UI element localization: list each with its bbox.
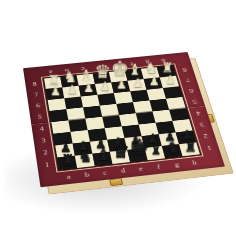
file-label-bottom-a: a: [66, 174, 71, 180]
file-label-top-a: a: [48, 69, 52, 74]
piece-black-knight-g1: ♞: [164, 139, 182, 155]
board-grid: ♜♞♝♛♚♝♞♜♟♟♟♟♟♟♟♟♟♟♟♟♟♟♟♟♜♞♝♛♚♝♞♜: [43, 65, 201, 171]
square-g1: ♞: [162, 144, 183, 158]
rank-label-right-2: 2: [202, 133, 208, 139]
piece-white-pawn-c7: ♟: [80, 82, 97, 94]
rank-label-right-3: 3: [198, 121, 204, 127]
piece-black-knight-b1: ♞: [77, 149, 95, 165]
piece-white-pawn-e7: ♟: [113, 79, 130, 91]
rank-label-left-7: 7: [34, 92, 39, 97]
file-label-top-e: e: [113, 62, 118, 67]
file-label-bottom-g: g: [174, 162, 180, 168]
piece-black-queen-d1: ♛: [112, 141, 130, 161]
square-a7: ♟: [46, 87, 64, 99]
piece-white-pawn-g7: ♟: [146, 75, 163, 87]
rank-label-right-1: 1: [206, 145, 212, 151]
square-c1: ♝: [92, 152, 112, 166]
board-scene: ♜♞♝♛♚♝♞♜♟♟♟♟♟♟♟♟♟♟♟♟♟♟♟♟♜♞♝♛♚♝♞♜ aabbccd…: [23, 52, 225, 187]
file-label-bottom-b: b: [84, 172, 89, 178]
square-h4: [169, 108, 189, 121]
piece-black-bishop-f1: ♝: [147, 140, 165, 157]
square-a1: ♜: [57, 156, 77, 170]
piece-white-pawn-b7: ♟: [64, 84, 81, 96]
rank-label-right-5: 5: [191, 99, 196, 105]
square-h1: ♜: [179, 142, 200, 156]
rank-label-left-6: 6: [36, 103, 41, 109]
rank-label-right-6: 6: [188, 88, 193, 93]
rank-label-right-7: 7: [185, 77, 190, 82]
chess-set-product-photo: ♜♞♝♛♚♝♞♜♟♟♟♟♟♟♟♟♟♟♟♟♟♟♟♟♜♞♝♛♚♝♞♜ aabbccd…: [0, 0, 236, 236]
piece-white-pawn-a7: ♟: [47, 85, 64, 97]
file-label-bottom-e: e: [138, 166, 143, 172]
file-label-top-h: h: [161, 57, 166, 62]
file-label-bottom-h: h: [191, 160, 197, 166]
piece-white-pawn-d7: ♟: [97, 80, 114, 92]
rank-label-left-3: 3: [41, 138, 46, 144]
piece-black-bishop-c1: ♝: [94, 146, 112, 163]
piece-black-rook-h1: ♜: [182, 139, 200, 154]
square-d1: ♛: [110, 150, 130, 164]
rank-label-left-8: 8: [32, 82, 37, 87]
piece-white-pawn-f7: ♟: [130, 77, 147, 89]
file-label-top-b: b: [64, 67, 69, 72]
piece-black-king-e1: ♚: [130, 137, 148, 159]
rank-label-right-4: 4: [195, 110, 201, 116]
rank-label-left-5: 5: [38, 115, 43, 121]
square-e1: ♚: [127, 148, 147, 162]
file-label-bottom-f: f: [157, 164, 161, 170]
piece-white-pawn-h7: ♟: [162, 74, 178, 86]
rank-label-right-8: 8: [181, 67, 186, 72]
rank-label-left-2: 2: [43, 150, 48, 156]
rank-label-left-4: 4: [39, 126, 44, 132]
square-b1: ♞: [75, 154, 95, 168]
square-g5: [149, 99, 169, 112]
piece-black-rook-a1: ♜: [59, 152, 77, 167]
file-label-bottom-c: c: [102, 170, 107, 176]
rank-label-left-1: 1: [45, 162, 50, 168]
file-label-bottom-d: d: [120, 168, 126, 174]
